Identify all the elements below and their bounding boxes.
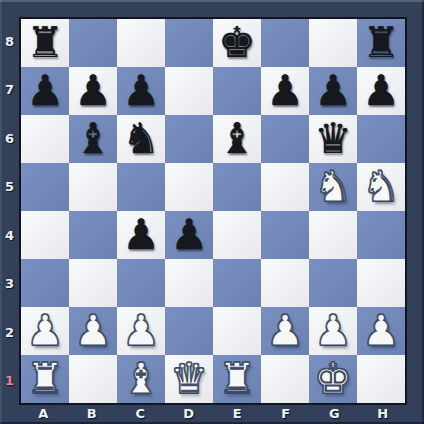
square-g6[interactable]: ♛ — [309, 115, 357, 163]
black-pawn-piece: ♟ — [122, 211, 160, 259]
rank-label-5: 5 — [0, 163, 19, 212]
square-d1[interactable]: ♛ — [165, 355, 213, 403]
square-f7[interactable]: ♟ — [261, 67, 309, 115]
square-e5[interactable] — [213, 163, 261, 211]
rank-label-2: 2 — [0, 308, 19, 357]
square-g2[interactable]: ♟ — [309, 307, 357, 355]
square-d7[interactable] — [165, 67, 213, 115]
square-e3[interactable] — [213, 259, 261, 307]
black-knight-piece: ♞ — [122, 115, 160, 163]
black-pawn-piece: ♟ — [314, 67, 352, 115]
black-rook-piece: ♜ — [362, 19, 400, 67]
square-h4[interactable] — [357, 211, 405, 259]
square-g4[interactable] — [309, 211, 357, 259]
white-pawn-piece: ♟ — [74, 307, 112, 355]
square-g8[interactable] — [309, 19, 357, 67]
white-pawn-piece: ♟ — [362, 307, 400, 355]
square-c2[interactable]: ♟ — [117, 307, 165, 355]
square-f5[interactable] — [261, 163, 309, 211]
black-pawn-piece: ♟ — [26, 67, 64, 115]
black-pawn-piece: ♟ — [170, 211, 208, 259]
white-rook-piece: ♜ — [26, 355, 64, 403]
file-label-f: F — [262, 403, 311, 424]
square-e1[interactable]: ♜ — [213, 355, 261, 403]
square-f2[interactable]: ♟ — [261, 307, 309, 355]
white-queen-piece: ♛ — [170, 355, 208, 403]
square-h5[interactable]: ♞ — [357, 163, 405, 211]
square-d6[interactable] — [165, 115, 213, 163]
rank-label-7: 7 — [0, 66, 19, 115]
square-a1[interactable]: ♜ — [21, 355, 69, 403]
file-label-a: A — [19, 403, 68, 424]
file-label-h: H — [359, 403, 408, 424]
white-pawn-piece: ♟ — [266, 307, 304, 355]
white-pawn-piece: ♟ — [26, 307, 64, 355]
black-pawn-piece: ♟ — [362, 67, 400, 115]
square-d8[interactable] — [165, 19, 213, 67]
square-a7[interactable]: ♟ — [21, 67, 69, 115]
file-label-e: E — [213, 403, 262, 424]
rank-label-3: 3 — [0, 260, 19, 309]
square-a6[interactable] — [21, 115, 69, 163]
square-c7[interactable]: ♟ — [117, 67, 165, 115]
square-f8[interactable] — [261, 19, 309, 67]
square-h7[interactable]: ♟ — [357, 67, 405, 115]
square-b1[interactable] — [69, 355, 117, 403]
square-c8[interactable] — [117, 19, 165, 67]
square-c4[interactable]: ♟ — [117, 211, 165, 259]
white-rook-piece: ♜ — [218, 355, 256, 403]
square-d4[interactable]: ♟ — [165, 211, 213, 259]
square-e8[interactable]: ♚ — [213, 19, 261, 67]
black-bishop-piece: ♝ — [218, 115, 256, 163]
file-label-c: C — [116, 403, 165, 424]
square-e4[interactable] — [213, 211, 261, 259]
file-label-d: D — [165, 403, 214, 424]
square-g5[interactable]: ♞ — [309, 163, 357, 211]
chess-board[interactable]: ♜♚♜♟♟♟♟♟♟♝♞♝♛♞♞♟♟♟♟♟♟♟♟♜♝♛♜♚ — [19, 17, 407, 405]
square-f4[interactable] — [261, 211, 309, 259]
black-queen-piece: ♛ — [314, 115, 352, 163]
white-pawn-piece: ♟ — [122, 307, 160, 355]
chess-diagram: 87654321 ♜♚♜♟♟♟♟♟♟♝♞♝♛♞♞♟♟♟♟♟♟♟♟♜♝♛♜♚ AB… — [0, 0, 424, 424]
white-king-piece: ♚ — [314, 355, 352, 403]
square-g7[interactable]: ♟ — [309, 67, 357, 115]
square-h6[interactable] — [357, 115, 405, 163]
rank-label-1: 1 — [0, 357, 19, 406]
square-d3[interactable] — [165, 259, 213, 307]
file-label-b: B — [68, 403, 117, 424]
square-e6[interactable]: ♝ — [213, 115, 261, 163]
square-g1[interactable]: ♚ — [309, 355, 357, 403]
square-c1[interactable]: ♝ — [117, 355, 165, 403]
square-b8[interactable] — [69, 19, 117, 67]
square-a5[interactable] — [21, 163, 69, 211]
file-label-g: G — [310, 403, 359, 424]
square-d2[interactable] — [165, 307, 213, 355]
black-bishop-piece: ♝ — [74, 115, 112, 163]
square-h3[interactable] — [357, 259, 405, 307]
rank-labels: 87654321 — [0, 17, 19, 405]
square-h8[interactable]: ♜ — [357, 19, 405, 67]
square-b3[interactable] — [69, 259, 117, 307]
black-rook-piece: ♜ — [26, 19, 64, 67]
square-a2[interactable]: ♟ — [21, 307, 69, 355]
white-bishop-piece: ♝ — [122, 355, 160, 403]
black-pawn-piece: ♟ — [266, 67, 304, 115]
square-e7[interactable] — [213, 67, 261, 115]
square-h2[interactable]: ♟ — [357, 307, 405, 355]
square-e2[interactable] — [213, 307, 261, 355]
square-h1[interactable] — [357, 355, 405, 403]
square-f1[interactable] — [261, 355, 309, 403]
rank-label-6: 6 — [0, 114, 19, 163]
square-c6[interactable]: ♞ — [117, 115, 165, 163]
square-b4[interactable] — [69, 211, 117, 259]
square-f3[interactable] — [261, 259, 309, 307]
file-labels: ABCDEFGH — [19, 403, 407, 424]
square-c3[interactable] — [117, 259, 165, 307]
square-b5[interactable] — [69, 163, 117, 211]
square-a8[interactable]: ♜ — [21, 19, 69, 67]
white-pawn-piece: ♟ — [314, 307, 352, 355]
black-pawn-piece: ♟ — [74, 67, 112, 115]
square-a3[interactable] — [21, 259, 69, 307]
square-c5[interactable] — [117, 163, 165, 211]
square-d5[interactable] — [165, 163, 213, 211]
square-f6[interactable] — [261, 115, 309, 163]
rank-label-4: 4 — [0, 211, 19, 260]
square-b2[interactable]: ♟ — [69, 307, 117, 355]
square-g3[interactable] — [309, 259, 357, 307]
white-knight-piece: ♞ — [362, 163, 400, 211]
black-king-piece: ♚ — [218, 19, 256, 67]
square-a4[interactable] — [21, 211, 69, 259]
black-pawn-piece: ♟ — [122, 67, 160, 115]
rank-label-8: 8 — [0, 17, 19, 66]
square-b7[interactable]: ♟ — [69, 67, 117, 115]
white-knight-piece: ♞ — [314, 163, 352, 211]
square-b6[interactable]: ♝ — [69, 115, 117, 163]
